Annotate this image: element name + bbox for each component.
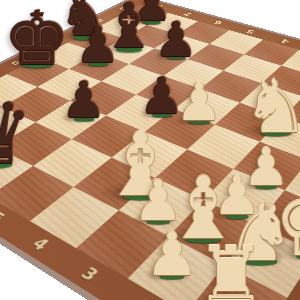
chess-board: 1122334455667788aabbccddeeffgghh [0, 0, 300, 300]
chessboard-photo: 1122334455667788aabbccddeeffgghh ♟♞♝♟♟♚♟… [0, 0, 300, 300]
